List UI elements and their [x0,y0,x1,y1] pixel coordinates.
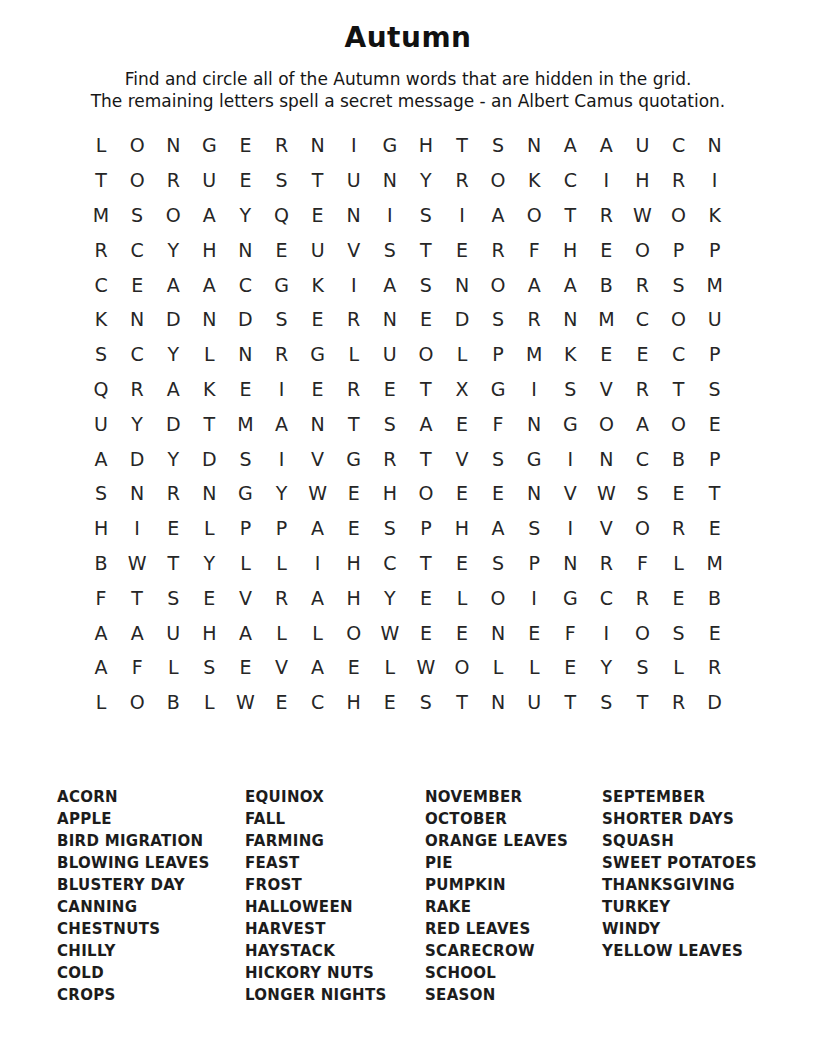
grid-cell[interactable]: M [227,406,263,441]
grid-cell[interactable]: Y [155,441,191,476]
grid-cell[interactable]: B [155,685,191,720]
grid-cell[interactable]: U [336,163,372,198]
grid-cell[interactable]: H [191,232,227,267]
grid-cell[interactable]: E [444,615,480,650]
grid-cell[interactable]: O [119,163,155,198]
grid-cell[interactable]: R [624,372,660,407]
grid-cell[interactable]: D [155,406,191,441]
grid-cell[interactable]: N [516,476,552,511]
grid-cell[interactable]: A [552,128,588,163]
grid-cell[interactable]: W [372,615,408,650]
grid-cell[interactable]: I [336,267,372,302]
grid-cell[interactable]: L [444,337,480,372]
grid-cell[interactable]: B [697,580,733,615]
grid-cell[interactable]: K [516,163,552,198]
grid-cell[interactable]: O [119,128,155,163]
grid-cell[interactable]: E [227,650,263,685]
grid-cell[interactable]: C [552,163,588,198]
grid-cell[interactable]: E [300,372,336,407]
grid-cell[interactable]: S [263,163,299,198]
grid-cell[interactable]: U [372,337,408,372]
grid-cell[interactable]: R [516,302,552,337]
grid-cell[interactable]: I [444,198,480,233]
grid-cell[interactable]: Y [155,337,191,372]
grid-cell[interactable]: A [191,267,227,302]
grid-cell[interactable]: B [588,267,624,302]
grid-cell[interactable]: Y [263,476,299,511]
grid-cell[interactable]: E [227,372,263,407]
grid-cell[interactable]: S [408,267,444,302]
grid-cell[interactable]: S [83,337,119,372]
grid-cell[interactable]: T [697,476,733,511]
grid-cell[interactable]: Y [227,198,263,233]
grid-cell[interactable]: S [516,511,552,546]
grid-cell[interactable]: A [300,511,336,546]
grid-cell[interactable]: N [697,128,733,163]
grid-cell[interactable]: O [480,267,516,302]
grid-cell[interactable]: A [155,372,191,407]
grid-cell[interactable]: E [444,546,480,581]
grid-cell[interactable]: K [191,372,227,407]
grid-cell[interactable]: L [480,650,516,685]
grid-cell[interactable]: S [83,476,119,511]
grid-cell[interactable]: R [624,580,660,615]
grid-cell[interactable]: E [191,580,227,615]
grid-cell[interactable]: C [372,546,408,581]
grid-cell[interactable]: E [155,511,191,546]
grid-cell[interactable]: T [300,163,336,198]
grid-cell[interactable]: T [444,685,480,720]
grid-cell[interactable]: I [119,511,155,546]
grid-cell[interactable]: R [661,511,697,546]
grid-cell[interactable]: E [444,232,480,267]
grid-cell[interactable]: A [480,511,516,546]
grid-cell[interactable]: R [83,232,119,267]
grid-cell[interactable]: T [552,685,588,720]
grid-cell[interactable]: M [516,337,552,372]
grid-cell[interactable]: E [552,650,588,685]
grid-cell[interactable]: P [480,337,516,372]
grid-cell[interactable]: L [83,128,119,163]
grid-cell[interactable]: R [697,650,733,685]
grid-cell[interactable]: T [336,406,372,441]
grid-cell[interactable]: N [552,546,588,581]
grid-cell[interactable]: P [263,511,299,546]
grid-cell[interactable]: S [624,476,660,511]
grid-cell[interactable]: O [661,302,697,337]
grid-cell[interactable]: V [263,650,299,685]
grid-cell[interactable]: E [372,372,408,407]
grid-cell[interactable]: E [624,337,660,372]
grid-cell[interactable]: L [372,650,408,685]
grid-cell[interactable]: R [336,302,372,337]
grid-cell[interactable]: C [624,441,660,476]
grid-cell[interactable]: E [697,615,733,650]
grid-cell[interactable]: I [697,163,733,198]
grid-cell[interactable]: O [408,476,444,511]
grid-cell[interactable]: R [444,163,480,198]
grid-cell[interactable]: T [191,406,227,441]
grid-cell[interactable]: N [552,302,588,337]
grid-cell[interactable]: E [263,232,299,267]
grid-cell[interactable]: N [480,685,516,720]
grid-cell[interactable]: H [552,232,588,267]
grid-cell[interactable]: I [300,546,336,581]
grid-cell[interactable]: P [661,232,697,267]
grid-cell[interactable]: D [444,302,480,337]
grid-cell[interactable]: L [191,337,227,372]
grid-cell[interactable]: E [336,476,372,511]
grid-cell[interactable]: E [336,511,372,546]
grid-cell[interactable]: F [119,650,155,685]
grid-cell[interactable]: P [227,511,263,546]
grid-cell[interactable]: E [444,476,480,511]
grid-cell[interactable]: U [191,163,227,198]
grid-cell[interactable]: T [444,128,480,163]
grid-cell[interactable]: H [444,511,480,546]
grid-cell[interactable]: A [263,406,299,441]
grid-cell[interactable]: S [372,511,408,546]
grid-cell[interactable]: R [588,546,624,581]
grid-cell[interactable]: R [372,441,408,476]
grid-cell[interactable]: N [155,128,191,163]
grid-cell[interactable]: G [336,441,372,476]
grid-cell[interactable]: A [83,441,119,476]
grid-cell[interactable]: O [480,580,516,615]
grid-cell[interactable]: U [624,128,660,163]
grid-cell[interactable]: W [624,198,660,233]
grid-cell[interactable]: S [119,198,155,233]
grid-cell[interactable]: O [119,685,155,720]
grid-cell[interactable]: A [300,580,336,615]
grid-cell[interactable]: A [191,198,227,233]
grid-cell[interactable]: C [300,685,336,720]
grid-cell[interactable]: E [444,406,480,441]
grid-cell[interactable]: A [408,406,444,441]
grid-cell[interactable]: I [263,441,299,476]
grid-cell[interactable]: A [155,267,191,302]
grid-cell[interactable]: C [661,337,697,372]
grid-cell[interactable]: E [697,511,733,546]
grid-cell[interactable]: Y [588,650,624,685]
grid-cell[interactable]: N [227,232,263,267]
grid-cell[interactable]: E [119,267,155,302]
grid-cell[interactable]: S [263,302,299,337]
grid-cell[interactable]: E [408,302,444,337]
grid-cell[interactable]: E [480,476,516,511]
grid-cell[interactable]: X [444,372,480,407]
grid-cell[interactable]: U [83,406,119,441]
grid-cell[interactable]: P [697,232,733,267]
grid-cell[interactable]: E [227,163,263,198]
grid-cell[interactable]: P [697,337,733,372]
grid-cell[interactable]: I [552,441,588,476]
grid-cell[interactable]: A [588,128,624,163]
grid-cell[interactable]: E [408,615,444,650]
grid-cell[interactable]: H [83,511,119,546]
grid-cell[interactable]: G [191,128,227,163]
grid-cell[interactable]: N [300,406,336,441]
grid-cell[interactable]: F [480,406,516,441]
grid-cell[interactable]: I [263,372,299,407]
grid-cell[interactable]: L [191,511,227,546]
grid-cell[interactable]: L [155,650,191,685]
grid-cell[interactable]: R [661,163,697,198]
grid-cell[interactable]: A [624,406,660,441]
grid-cell[interactable]: G [552,580,588,615]
grid-cell[interactable]: A [480,198,516,233]
grid-cell[interactable]: H [372,476,408,511]
grid-cell[interactable]: E [336,650,372,685]
grid-cell[interactable]: E [227,128,263,163]
grid-cell[interactable]: O [516,198,552,233]
grid-cell[interactable]: K [83,302,119,337]
grid-cell[interactable]: O [661,198,697,233]
grid-cell[interactable]: B [661,441,697,476]
grid-cell[interactable]: C [661,128,697,163]
grid-cell[interactable]: S [552,372,588,407]
grid-cell[interactable]: T [408,546,444,581]
grid-cell[interactable]: V [300,441,336,476]
grid-cell[interactable]: E [300,198,336,233]
grid-cell[interactable]: F [624,546,660,581]
grid-cell[interactable]: M [697,546,733,581]
grid-cell[interactable]: E [661,580,697,615]
grid-cell[interactable]: M [83,198,119,233]
grid-cell[interactable]: R [480,232,516,267]
grid-cell[interactable]: C [83,267,119,302]
grid-cell[interactable]: S [480,441,516,476]
grid-cell[interactable]: S [408,198,444,233]
grid-cell[interactable]: C [588,580,624,615]
grid-cell[interactable]: H [336,580,372,615]
grid-cell[interactable]: R [624,267,660,302]
grid-cell[interactable]: M [697,267,733,302]
grid-cell[interactable]: E [300,302,336,337]
grid-cell[interactable]: F [83,580,119,615]
grid-cell[interactable]: N [372,302,408,337]
grid-cell[interactable]: S [155,580,191,615]
grid-cell[interactable]: B [83,546,119,581]
grid-cell[interactable]: W [408,650,444,685]
grid-cell[interactable]: N [588,441,624,476]
grid-cell[interactable]: I [588,615,624,650]
grid-cell[interactable]: C [119,337,155,372]
grid-cell[interactable]: T [408,441,444,476]
grid-cell[interactable]: N [300,128,336,163]
grid-cell[interactable]: N [191,476,227,511]
grid-cell[interactable]: O [408,337,444,372]
grid-cell[interactable]: L [661,650,697,685]
grid-cell[interactable]: D [697,685,733,720]
grid-cell[interactable]: S [661,267,697,302]
grid-cell[interactable]: E [263,685,299,720]
grid-cell[interactable]: A [516,267,552,302]
grid-cell[interactable]: T [552,198,588,233]
grid-cell[interactable]: K [300,267,336,302]
grid-cell[interactable]: R [263,337,299,372]
grid-cell[interactable]: R [588,198,624,233]
grid-cell[interactable]: L [661,546,697,581]
grid-cell[interactable]: P [516,546,552,581]
grid-cell[interactable]: I [588,163,624,198]
grid-cell[interactable]: N [191,302,227,337]
grid-cell[interactable]: N [480,615,516,650]
grid-cell[interactable]: E [516,615,552,650]
grid-cell[interactable]: U [516,685,552,720]
grid-cell[interactable]: N [227,337,263,372]
grid-cell[interactable]: H [336,546,372,581]
grid-cell[interactable]: O [624,615,660,650]
grid-cell[interactable]: T [624,685,660,720]
grid-cell[interactable]: T [408,372,444,407]
grid-cell[interactable]: S [372,406,408,441]
grid-cell[interactable]: E [661,476,697,511]
grid-cell[interactable]: S [372,232,408,267]
grid-cell[interactable]: Y [191,546,227,581]
grid-cell[interactable]: N [516,128,552,163]
grid-cell[interactable]: L [444,580,480,615]
grid-cell[interactable]: F [516,232,552,267]
grid-cell[interactable]: N [119,302,155,337]
grid-cell[interactable]: G [480,372,516,407]
grid-cell[interactable]: M [588,302,624,337]
grid-cell[interactable]: R [263,580,299,615]
grid-cell[interactable]: E [588,337,624,372]
grid-cell[interactable]: V [588,511,624,546]
grid-cell[interactable]: T [408,232,444,267]
grid-cell[interactable]: Q [83,372,119,407]
grid-cell[interactable]: A [83,615,119,650]
grid-cell[interactable]: Y [372,580,408,615]
grid-cell[interactable]: A [372,267,408,302]
grid-cell[interactable]: O [480,163,516,198]
grid-cell[interactable]: R [336,372,372,407]
grid-cell[interactable]: V [227,580,263,615]
grid-cell[interactable]: S [227,441,263,476]
grid-cell[interactable]: H [624,163,660,198]
grid-cell[interactable]: E [372,685,408,720]
grid-cell[interactable]: A [300,650,336,685]
grid-cell[interactable]: G [263,267,299,302]
grid-cell[interactable]: W [119,546,155,581]
grid-cell[interactable]: S [697,372,733,407]
grid-cell[interactable]: D [119,441,155,476]
grid-cell[interactable]: S [480,302,516,337]
grid-cell[interactable]: Y [155,232,191,267]
grid-cell[interactable]: V [444,441,480,476]
grid-cell[interactable]: K [697,198,733,233]
grid-cell[interactable]: I [552,511,588,546]
grid-cell[interactable]: L [191,685,227,720]
grid-cell[interactable]: C [119,232,155,267]
grid-cell[interactable]: W [588,476,624,511]
grid-cell[interactable]: R [155,163,191,198]
grid-cell[interactable]: U [300,232,336,267]
grid-cell[interactable]: K [552,337,588,372]
grid-cell[interactable]: V [336,232,372,267]
grid-cell[interactable]: O [444,650,480,685]
grid-cell[interactable]: I [336,128,372,163]
grid-cell[interactable]: S [191,650,227,685]
grid-cell[interactable]: E [408,580,444,615]
grid-cell[interactable]: D [155,302,191,337]
grid-cell[interactable]: Y [119,406,155,441]
grid-cell[interactable]: G [300,337,336,372]
grid-cell[interactable]: A [119,615,155,650]
grid-cell[interactable]: R [263,128,299,163]
grid-cell[interactable]: N [444,267,480,302]
grid-cell[interactable]: R [119,372,155,407]
grid-cell[interactable]: I [516,372,552,407]
grid-cell[interactable]: S [661,615,697,650]
grid-cell[interactable]: N [372,163,408,198]
grid-cell[interactable]: E [588,232,624,267]
grid-cell[interactable]: S [624,650,660,685]
grid-cell[interactable]: D [191,441,227,476]
grid-cell[interactable]: F [552,615,588,650]
grid-cell[interactable]: N [336,198,372,233]
grid-cell[interactable]: O [588,406,624,441]
grid-cell[interactable]: O [155,198,191,233]
grid-cell[interactable]: L [227,546,263,581]
grid-cell[interactable]: H [336,685,372,720]
grid-cell[interactable]: N [516,406,552,441]
grid-cell[interactable]: T [83,163,119,198]
grid-cell[interactable]: U [697,302,733,337]
grid-cell[interactable]: C [624,302,660,337]
grid-cell[interactable]: R [155,476,191,511]
grid-cell[interactable]: O [336,615,372,650]
grid-cell[interactable]: O [624,511,660,546]
grid-cell[interactable]: G [552,406,588,441]
grid-cell[interactable]: L [516,650,552,685]
grid-cell[interactable]: W [300,476,336,511]
grid-cell[interactable]: V [552,476,588,511]
grid-cell[interactable]: G [372,128,408,163]
grid-cell[interactable]: I [372,198,408,233]
grid-cell[interactable]: S [480,128,516,163]
grid-cell[interactable]: L [263,546,299,581]
grid-cell[interactable]: A [552,267,588,302]
grid-cell[interactable]: D [227,302,263,337]
grid-cell[interactable]: Q [263,198,299,233]
grid-cell[interactable]: H [191,615,227,650]
grid-cell[interactable]: Y [408,163,444,198]
grid-cell[interactable]: L [83,685,119,720]
grid-cell[interactable]: V [588,372,624,407]
grid-cell[interactable]: E [697,406,733,441]
grid-cell[interactable]: T [661,372,697,407]
grid-cell[interactable]: G [516,441,552,476]
grid-cell[interactable]: W [227,685,263,720]
grid-cell[interactable]: S [480,546,516,581]
grid-cell[interactable]: H [408,128,444,163]
grid-cell[interactable]: S [408,685,444,720]
grid-cell[interactable]: A [83,650,119,685]
grid-cell[interactable]: T [155,546,191,581]
grid-cell[interactable]: R [661,685,697,720]
grid-cell[interactable]: G [227,476,263,511]
grid-cell[interactable]: A [227,615,263,650]
grid-cell[interactable]: T [119,580,155,615]
grid-cell[interactable]: O [624,232,660,267]
grid-cell[interactable]: S [588,685,624,720]
grid-cell[interactable]: P [408,511,444,546]
grid-cell[interactable]: I [516,580,552,615]
grid-cell[interactable]: U [155,615,191,650]
grid-cell[interactable]: L [336,337,372,372]
